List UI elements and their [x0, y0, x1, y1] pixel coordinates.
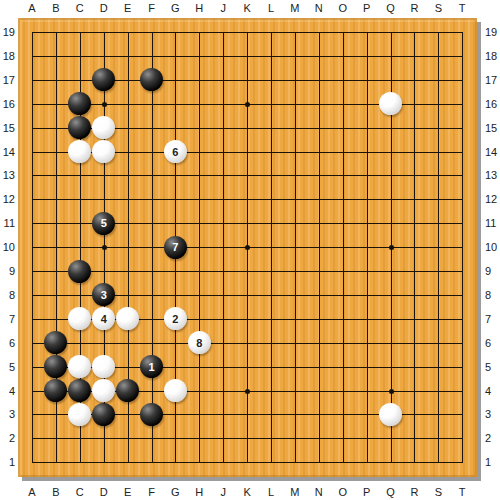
coord-label-left-11: 11 [0, 216, 15, 230]
coord-label-top-J: J [211, 1, 235, 15]
coord-label-top-N: N [307, 1, 331, 15]
coord-label-left-10: 10 [0, 240, 15, 254]
coord-label-bottom-T: T [450, 485, 474, 499]
coord-label-top-A: A [20, 1, 44, 15]
coord-label-right-18: 18 [485, 49, 500, 63]
stone-white-D14 [92, 140, 115, 163]
coord-label-top-K: K [235, 1, 259, 15]
grid-line-vertical [319, 32, 320, 463]
move-number: 3 [101, 289, 107, 301]
coord-label-top-S: S [426, 1, 450, 15]
stone-black-D11: 5 [92, 212, 115, 235]
star-point-Q4 [389, 389, 394, 394]
stone-white-Q16 [379, 92, 402, 115]
stone-white-G7: 2 [164, 307, 187, 330]
star-point-K10 [245, 245, 250, 250]
coord-label-right-7: 7 [485, 312, 500, 326]
coord-label-top-B: B [44, 1, 68, 15]
star-point-K4 [245, 389, 250, 394]
stone-black-B5 [44, 355, 67, 378]
coord-label-right-9: 9 [485, 264, 500, 278]
go-diagram-page: ABCDEFGHJKLMNOPQRST ABCDEFGHJKLMNOPQRST … [0, 0, 500, 500]
stone-white-Q3 [379, 403, 402, 426]
move-number: 5 [101, 217, 107, 229]
coord-label-bottom-H: H [187, 485, 211, 499]
coord-label-right-13: 13 [485, 168, 500, 182]
coord-label-top-F: F [140, 1, 164, 15]
coord-label-left-6: 6 [0, 336, 15, 350]
coord-label-bottom-E: E [116, 485, 140, 499]
star-point-D16 [102, 102, 107, 107]
move-number: 1 [148, 361, 154, 373]
stone-white-G4 [164, 379, 187, 402]
coord-label-top-T: T [450, 1, 474, 15]
stone-black-G10: 7 [164, 236, 187, 259]
coord-label-left-7: 7 [0, 312, 15, 326]
coord-label-bottom-R: R [402, 485, 426, 499]
coord-label-right-14: 14 [485, 145, 500, 159]
coord-label-left-12: 12 [0, 192, 15, 206]
stone-black-E4 [116, 379, 139, 402]
coord-label-bottom-A: A [20, 485, 44, 499]
stone-black-C16 [68, 92, 91, 115]
coord-label-right-12: 12 [485, 192, 500, 206]
coord-label-top-G: G [163, 1, 187, 15]
star-point-Q10 [389, 245, 394, 250]
move-number: 7 [172, 241, 178, 253]
stone-white-E7 [116, 307, 139, 330]
grid-line-vertical [343, 32, 344, 463]
star-point-D10 [102, 245, 107, 250]
stone-black-F17 [140, 68, 163, 91]
stone-white-D5 [92, 355, 115, 378]
stone-white-C5 [68, 355, 91, 378]
move-number: 8 [196, 337, 202, 349]
stone-black-F5: 1 [140, 355, 163, 378]
coord-label-bottom-P: P [355, 485, 379, 499]
coord-label-top-R: R [402, 1, 426, 15]
coord-label-left-5: 5 [0, 360, 15, 374]
coord-label-left-14: 14 [0, 145, 15, 159]
grid-line-vertical [271, 32, 272, 463]
coord-label-right-15: 15 [485, 121, 500, 135]
coord-label-right-2: 2 [485, 431, 500, 445]
coord-label-bottom-Q: Q [379, 485, 403, 499]
grid-line-vertical [367, 32, 368, 463]
coord-label-left-2: 2 [0, 431, 15, 445]
coord-label-bottom-M: M [283, 485, 307, 499]
coord-label-left-19: 19 [0, 25, 15, 39]
grid-line-vertical [414, 32, 415, 463]
coord-label-bottom-F: F [140, 485, 164, 499]
stone-white-H6: 8 [188, 331, 211, 354]
grid-line-vertical [438, 32, 439, 463]
coord-label-right-10: 10 [485, 240, 500, 254]
coord-label-top-D: D [92, 1, 116, 15]
coord-label-top-M: M [283, 1, 307, 15]
coord-label-top-Q: Q [379, 1, 403, 15]
coord-label-right-17: 17 [485, 73, 500, 87]
coord-label-top-L: L [259, 1, 283, 15]
coord-label-left-15: 15 [0, 121, 15, 135]
coord-label-top-H: H [187, 1, 211, 15]
stone-black-C4 [68, 379, 91, 402]
coord-label-bottom-S: S [426, 485, 450, 499]
coord-label-right-1: 1 [485, 455, 500, 469]
coord-label-bottom-L: L [259, 485, 283, 499]
stone-white-D4 [92, 379, 115, 402]
move-number: 2 [172, 313, 178, 325]
coord-label-left-9: 9 [0, 264, 15, 278]
coord-label-top-O: O [331, 1, 355, 15]
stone-white-D7: 4 [92, 307, 115, 330]
grid-line-horizontal [32, 438, 463, 439]
stone-black-B6 [44, 331, 67, 354]
stone-white-C3 [68, 403, 91, 426]
grid-line-vertical [462, 32, 463, 463]
coord-label-right-3: 3 [485, 407, 500, 421]
stone-black-C15 [68, 116, 91, 139]
coord-label-right-6: 6 [485, 336, 500, 350]
grid-line-horizontal [32, 462, 463, 463]
coord-label-bottom-K: K [235, 485, 259, 499]
coord-label-right-11: 11 [485, 216, 500, 230]
star-point-K16 [245, 102, 250, 107]
grid-line-vertical [295, 32, 296, 463]
coord-label-bottom-D: D [92, 485, 116, 499]
coord-label-bottom-O: O [331, 485, 355, 499]
move-number: 6 [172, 146, 178, 158]
coord-label-left-8: 8 [0, 288, 15, 302]
grid-line-horizontal [32, 271, 463, 272]
coord-label-top-C: C [68, 1, 92, 15]
coord-label-left-18: 18 [0, 49, 15, 63]
coord-label-left-3: 3 [0, 407, 15, 421]
coord-label-left-16: 16 [0, 97, 15, 111]
move-number: 4 [101, 313, 107, 325]
stone-black-F3 [140, 403, 163, 426]
coord-label-right-4: 4 [485, 384, 500, 398]
grid-line-horizontal [32, 343, 463, 344]
stone-white-C14 [68, 140, 91, 163]
coord-label-left-13: 13 [0, 168, 15, 182]
stone-white-C7 [68, 307, 91, 330]
stone-black-D3 [92, 403, 115, 426]
coord-label-bottom-J: J [211, 485, 235, 499]
coord-label-right-19: 19 [485, 25, 500, 39]
coord-label-right-5: 5 [485, 360, 500, 374]
go-board[interactable]: 12345678 [18, 18, 477, 477]
stone-black-C9 [68, 260, 91, 283]
coord-label-bottom-C: C [68, 485, 92, 499]
coord-label-bottom-B: B [44, 485, 68, 499]
coord-label-right-8: 8 [485, 288, 500, 302]
coord-label-bottom-N: N [307, 485, 331, 499]
coord-label-left-1: 1 [0, 455, 15, 469]
coord-label-left-17: 17 [0, 73, 15, 87]
coord-label-top-E: E [116, 1, 140, 15]
stone-white-G14: 6 [164, 140, 187, 163]
coord-label-right-16: 16 [485, 97, 500, 111]
coord-label-bottom-G: G [163, 485, 187, 499]
stone-black-B4 [44, 379, 67, 402]
stone-black-D17 [92, 68, 115, 91]
stone-black-D8: 3 [92, 283, 115, 306]
coord-label-left-4: 4 [0, 384, 15, 398]
coord-label-top-P: P [355, 1, 379, 15]
stone-white-D15 [92, 116, 115, 139]
